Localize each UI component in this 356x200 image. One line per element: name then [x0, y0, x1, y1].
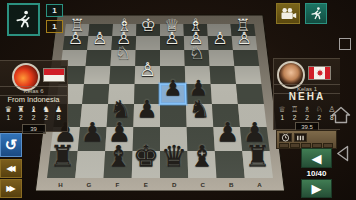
piece-white-pawn-b2[interactable]: ♙ [213, 30, 228, 47]
chess-clock-icon [279, 133, 292, 142]
piece-black-bishop-c8[interactable]: ♝ [189, 142, 215, 171]
file-label-A: A [257, 181, 262, 188]
square-b8[interactable] [215, 151, 245, 178]
runner-mode-button[interactable] [7, 3, 40, 36]
undo-icon: ↺ [5, 136, 18, 154]
home-icon [331, 106, 351, 124]
capture-slot [290, 143, 300, 148]
record-video-button[interactable] [276, 3, 300, 24]
piece-count-icon: ♞ [42, 105, 49, 114]
runner-icon [13, 9, 34, 30]
capture-slot [312, 143, 322, 148]
file-label-D: D [172, 181, 177, 188]
piece-white-pawn-g2[interactable]: ♙ [92, 30, 107, 47]
square-e2[interactable] [136, 36, 160, 50]
square-b5[interactable] [211, 84, 238, 104]
piece-white-knight-f3[interactable]: ♘ [115, 44, 131, 62]
teal-counter-value: 1 [52, 6, 56, 15]
piece-count-icon: ♗ [303, 105, 310, 114]
file-label-C: C [200, 181, 205, 188]
piece-black-knight-c6[interactable]: ♞ [189, 97, 210, 121]
piece-white-pawn-e4[interactable]: ♙ [139, 60, 156, 79]
piece-count-value: 2 [305, 114, 309, 122]
square-b4[interactable] [210, 66, 236, 84]
piece-count-value: 2 [19, 114, 23, 122]
piece-count-icon: ♟ [55, 105, 62, 114]
next-move-button[interactable]: ▶ [301, 179, 332, 198]
timer-bars-icon [294, 133, 307, 142]
piece-black-rook-a8[interactable]: ♜ [244, 142, 270, 171]
file-label-G: G [86, 181, 91, 188]
piece-count-value: 1 [6, 114, 10, 122]
piece-count-column: ♕1 [276, 105, 288, 122]
square-b3[interactable] [209, 50, 235, 66]
piece-count-column: ♜2 [15, 105, 28, 122]
capture-slot [279, 143, 289, 148]
piece-white-pawn-h2[interactable]: ♙ [68, 30, 83, 47]
game-screen: HGFEDCBA ♜♝♛♚♝♜♟♟♟♟♟♞♟♞♟♟♙♘♘♙♙♙♙♙♙♙♖♗♕♔♗… [0, 0, 356, 200]
player-panel-white: Kelas 6 From Indonesia ♛1♜2♝2♞2♟8 39 [0, 60, 68, 132]
square-g5[interactable] [82, 84, 109, 104]
square-d6[interactable] [160, 104, 187, 127]
square-f4[interactable] [109, 66, 135, 84]
previous-move-button[interactable]: ◀ [301, 148, 332, 168]
piece-black-king-e8[interactable]: ♚ [133, 142, 159, 171]
piece-count-column: ♝2 [27, 105, 40, 122]
capture-slot [301, 143, 311, 148]
move-counter: 10/40 [296, 169, 337, 178]
square-a5[interactable] [236, 84, 264, 104]
canada-flag [308, 66, 331, 80]
runner-icon [309, 6, 324, 21]
piece-count-value: 2 [318, 114, 322, 122]
fast-forward-icon: ▶▶ [6, 184, 12, 193]
video-camera-icon [280, 7, 297, 21]
piece-count-icon: ♖ [291, 105, 298, 114]
piece-count-column: ♞2 [40, 105, 53, 122]
gold-counter-value: 1 [52, 22, 56, 31]
file-label-F: F [115, 181, 119, 188]
teal-counter-badge: 1 [46, 4, 63, 17]
piece-black-pawn-e6[interactable]: ♟ [136, 97, 157, 121]
quick-play-button[interactable] [305, 3, 327, 24]
fast-forward-button[interactable]: ▶▶ [0, 179, 22, 198]
square-a4[interactable] [234, 66, 261, 84]
android-back-button[interactable] [336, 145, 349, 162]
piece-black-pawn-d5[interactable]: ♟ [163, 78, 182, 99]
black-player-name: NEHA [274, 91, 340, 102]
black-remaining-pieces: ♕1♖2♗2♘2♙8 [276, 105, 338, 122]
piece-count-value: 8 [57, 114, 61, 122]
piece-black-rook-h8[interactable]: ♜ [50, 142, 76, 171]
square-d3[interactable] [160, 50, 185, 66]
piece-white-pawn-a2[interactable]: ♙ [237, 30, 252, 47]
capture-tray [276, 130, 337, 149]
indonesia-flag [43, 68, 65, 82]
piece-count-value: 2 [32, 114, 36, 122]
piece-black-bishop-f8[interactable]: ♝ [105, 142, 131, 171]
piece-black-pawn-b7[interactable]: ♟ [216, 119, 239, 145]
previous-move-icon: ◀ [312, 151, 322, 166]
piece-count-column: ♗2 [301, 105, 313, 122]
file-label-H: H [58, 181, 63, 188]
white-player-name: From Indonesia [0, 95, 67, 104]
piece-count-value: 2 [44, 114, 48, 122]
square-a3[interactable] [233, 50, 259, 66]
piece-count-icon: ♜ [17, 105, 24, 114]
piece-count-icon: ♛ [5, 105, 12, 114]
piece-count-value: 2 [293, 114, 297, 122]
back-triangle-icon [336, 145, 349, 162]
piece-white-knight-c3[interactable]: ♘ [189, 44, 205, 62]
maple-leaf-icon [316, 69, 324, 77]
piece-count-column: ♟8 [52, 105, 65, 122]
white-material-score: 39 [22, 124, 46, 134]
rewind-icon: ◀◀ [6, 164, 12, 173]
piece-white-king-e1[interactable]: ♔ [141, 17, 156, 34]
white-remaining-pieces: ♛1♜2♝2♞2♟8 [2, 105, 65, 122]
piece-count-icon: ♝ [30, 105, 37, 114]
piece-count-icon: ♘ [316, 105, 323, 114]
android-home-button[interactable] [331, 106, 351, 124]
file-label-B: B [229, 181, 234, 188]
square-g8[interactable] [75, 151, 105, 178]
piece-white-pawn-d2[interactable]: ♙ [164, 30, 179, 47]
next-move-icon: ▶ [312, 181, 322, 196]
square-g3[interactable] [86, 50, 112, 66]
piece-count-value: 1 [280, 114, 284, 122]
piece-count-column: ♛1 [2, 105, 15, 122]
android-recents-button[interactable] [339, 38, 351, 50]
square-g4[interactable] [84, 66, 110, 84]
piece-count-column: ♖2 [288, 105, 300, 122]
gold-counter-badge: 1 [46, 20, 63, 33]
piece-count-column: ♘2 [313, 105, 325, 122]
piece-count-icon: ♕ [279, 105, 286, 114]
file-label-E: E [144, 181, 148, 188]
capture-slots [279, 143, 333, 148]
undo-button[interactable]: ↺ [0, 133, 22, 157]
capture-slot [323, 143, 333, 148]
piece-black-pawn-g7[interactable]: ♟ [81, 119, 104, 145]
piece-black-queen-d8[interactable]: ♛ [161, 142, 187, 171]
rewind-button[interactable]: ◀◀ [0, 159, 22, 178]
player-panel-black: Kelas 1 NEHA ♕1♖2♗2♘2♙8 39.5 [273, 58, 340, 130]
